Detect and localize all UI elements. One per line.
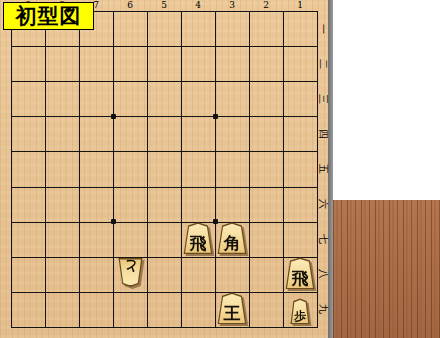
square-29[interactable] [249,292,283,327]
square-38[interactable] [215,257,249,292]
piece-orientation-sente: 角 [217,222,247,254]
square-79[interactable] [79,292,113,327]
file-label-3: 3 [215,1,249,10]
file-label-4: 4 [181,1,215,10]
square-85[interactable] [45,151,79,186]
square-36[interactable] [215,187,249,222]
square-49[interactable] [181,292,215,327]
piece-sente-rook[interactable]: 飛 [183,222,213,254]
square-83[interactable] [45,81,79,116]
square-93[interactable] [11,81,45,116]
square-16[interactable] [283,187,317,222]
square-98[interactable] [11,257,45,292]
square-23[interactable] [249,81,283,116]
square-41[interactable] [181,11,215,46]
square-94[interactable] [11,116,45,151]
star-point [111,114,116,119]
square-26[interactable] [249,187,283,222]
rank-label-1: 一 [316,11,330,46]
square-46[interactable] [181,187,215,222]
square-99[interactable] [11,292,45,327]
piece-glyph-tokin: と [118,258,143,276]
piece-orientation-sente: 飛 [183,222,213,254]
piece-orientation-sente: 王 [217,292,247,324]
square-82[interactable] [45,46,79,81]
diagram-title: 初型図 [3,2,94,30]
star-point [111,219,116,224]
square-25[interactable] [249,151,283,186]
square-64[interactable] [113,116,147,151]
square-84[interactable] [45,116,79,151]
square-66[interactable] [113,187,147,222]
file-label-2: 2 [249,1,283,10]
square-48[interactable] [181,257,215,292]
square-97[interactable] [11,222,45,257]
square-74[interactable] [79,116,113,151]
square-75[interactable] [79,151,113,186]
square-52[interactable] [147,46,181,81]
square-33[interactable] [215,81,249,116]
square-21[interactable] [249,11,283,46]
rank-label-9: 九 [316,292,330,327]
square-53[interactable] [147,81,181,116]
square-78[interactable] [79,257,113,292]
file-label-1: 1 [283,1,317,10]
rank-label-7: 七 [316,222,330,257]
square-28[interactable] [249,257,283,292]
rank-label-2: 二 [316,46,330,81]
square-89[interactable] [45,292,79,327]
square-31[interactable] [215,11,249,46]
square-42[interactable] [181,46,215,81]
square-96[interactable] [11,187,45,222]
piece-orientation-sente: 飛 [285,257,315,289]
square-61[interactable] [113,11,147,46]
table-wood-panel [333,200,440,338]
square-35[interactable] [215,151,249,186]
square-72[interactable] [79,46,113,81]
square-44[interactable] [181,116,215,151]
square-86[interactable] [45,187,79,222]
square-76[interactable] [79,187,113,222]
square-58[interactable] [147,257,181,292]
piece-sente-king[interactable]: 王 [217,292,247,324]
square-73[interactable] [79,81,113,116]
square-15[interactable] [283,151,317,186]
file-label-5: 5 [147,1,181,10]
piece-orientation-gote: と [118,258,143,287]
square-63[interactable] [113,81,147,116]
rank-label-5: 五 [316,151,330,186]
square-95[interactable] [11,151,45,186]
rank-label-3: 三 [316,81,330,116]
piece-glyph-pawn: 歩 [290,309,310,324]
square-65[interactable] [113,151,147,186]
piece-sente-rook[interactable]: 飛 [285,257,315,289]
square-32[interactable] [215,46,249,81]
square-34[interactable] [215,116,249,151]
square-67[interactable] [113,222,147,257]
square-17[interactable] [283,222,317,257]
square-13[interactable] [283,81,317,116]
file-label-6: 6 [113,1,147,10]
square-92[interactable] [11,46,45,81]
square-27[interactable] [249,222,283,257]
square-43[interactable] [181,81,215,116]
square-51[interactable] [147,11,181,46]
piece-sente-bishop[interactable]: 角 [217,222,247,254]
piece-glyph-king: 王 [217,303,247,324]
square-45[interactable] [181,151,215,186]
rank-label-4: 四 [316,116,330,151]
app-window: 987654321 一二三四五六七八九 飛角と飛王歩 初型図 [0,0,440,338]
square-24[interactable] [249,116,283,151]
square-22[interactable] [249,46,283,81]
star-point [213,114,218,119]
square-55[interactable] [147,151,181,186]
piece-glyph-bishop: 角 [217,233,247,254]
piece-glyph-rook: 飛 [183,233,213,254]
piece-glyph-rook: 飛 [285,268,315,289]
square-54[interactable] [147,116,181,151]
square-77[interactable] [79,222,113,257]
square-59[interactable] [147,292,181,327]
piece-orientation-sente: 歩 [290,298,310,324]
square-57[interactable] [147,222,181,257]
rank-label-6: 六 [316,187,330,222]
square-14[interactable] [283,116,317,151]
square-11[interactable] [283,11,317,46]
piece-sente-pawn[interactable]: 歩 [290,298,310,324]
square-62[interactable] [113,46,147,81]
square-88[interactable] [45,257,79,292]
piece-gote-tokin[interactable]: と [118,258,143,287]
square-56[interactable] [147,187,181,222]
rank-label-8: 八 [316,257,330,292]
square-87[interactable] [45,222,79,257]
square-12[interactable] [283,46,317,81]
square-69[interactable] [113,292,147,327]
